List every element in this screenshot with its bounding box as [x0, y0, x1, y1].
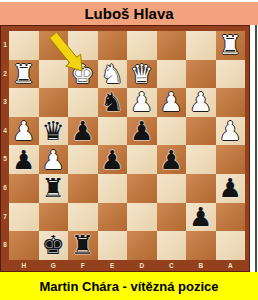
file-label-g: G [39, 262, 69, 269]
square-e7 [98, 203, 128, 232]
square-a7 [216, 203, 246, 232]
square-h5: ♟ [9, 145, 39, 174]
white-king-piece: ♚ [71, 60, 94, 88]
square-g8: ♚ [39, 231, 69, 260]
square-g6: ♜ [39, 174, 69, 203]
black-pawn-piece: ♟ [219, 174, 242, 202]
square-e1 [98, 31, 128, 60]
black-knight-piece: ♞ [101, 88, 124, 116]
caption-text: Martin Chára - vítězná pozice [39, 279, 218, 294]
square-b1 [186, 31, 216, 60]
right-edge-line [255, 25, 257, 272]
square-a2 [216, 60, 246, 89]
white-queen-piece: ♛ [130, 60, 153, 88]
square-e4 [98, 117, 128, 146]
black-player-name: Luboš Hlava [84, 5, 173, 22]
board-grid: ♜♜♚♞♛♞♟♟♟♟♛♟♟♟♟♟♟♟♜♟♟♚♜ [9, 31, 245, 260]
rank-label-3: 3 [1, 98, 9, 105]
white-pawn-piece: ♟ [130, 88, 153, 116]
square-d1 [127, 31, 157, 60]
square-g5: ♟ [39, 145, 69, 174]
square-b6 [186, 174, 216, 203]
square-b4 [186, 117, 216, 146]
square-a1: ♜ [216, 31, 246, 60]
square-g1 [39, 31, 69, 60]
square-g3 [39, 88, 69, 117]
square-c4 [157, 117, 187, 146]
white-knight-piece: ♞ [101, 60, 124, 88]
black-pawn-piece: ♟ [12, 146, 35, 174]
black-pawn-piece: ♟ [160, 146, 183, 174]
square-c5: ♟ [157, 145, 187, 174]
black-pawn-piece: ♟ [189, 203, 212, 231]
square-a4: ♟ [216, 117, 246, 146]
square-b3: ♟ [186, 88, 216, 117]
square-c6 [157, 174, 187, 203]
square-c8 [157, 231, 187, 260]
square-h4: ♟ [9, 117, 39, 146]
black-pawn-piece: ♟ [101, 146, 124, 174]
footer-bar: Martin Chára - vítězná pozice [0, 272, 258, 300]
file-label-a: A [216, 262, 246, 269]
square-h6 [9, 174, 39, 203]
rank-label-1: 1 [1, 41, 9, 48]
square-e8 [98, 231, 128, 260]
white-rook-piece: ♜ [219, 31, 242, 59]
black-pawn-piece: ♟ [130, 117, 153, 145]
file-label-e: E [98, 262, 128, 269]
board-area: ♜♜♚♞♛♞♟♟♟♟♛♟♟♟♟♟♟♟♜♟♟♚♜ 12345678 HGFEDCB… [0, 25, 258, 272]
square-f5 [68, 145, 98, 174]
square-d2: ♛ [127, 60, 157, 89]
square-c7 [157, 203, 187, 232]
rank-label-6: 6 [1, 184, 9, 191]
square-c1 [157, 31, 187, 60]
chess-board: ♜♜♚♞♛♞♟♟♟♟♛♟♟♟♟♟♟♟♜♟♟♚♜ 12345678 HGFEDCB… [0, 25, 250, 272]
square-f7 [68, 203, 98, 232]
square-f4: ♟ [68, 117, 98, 146]
rank-label-4: 4 [1, 127, 9, 134]
square-f1 [68, 31, 98, 60]
square-c2 [157, 60, 187, 89]
square-e2: ♞ [98, 60, 128, 89]
square-a6: ♟ [216, 174, 246, 203]
square-b7: ♟ [186, 203, 216, 232]
rank-label-2: 2 [1, 70, 9, 77]
white-pawn-piece: ♟ [42, 146, 65, 174]
square-b2 [186, 60, 216, 89]
black-king-piece: ♚ [42, 231, 65, 259]
white-pawn-piece: ♟ [12, 117, 35, 145]
square-d3: ♟ [127, 88, 157, 117]
black-rook-piece: ♜ [71, 231, 94, 259]
rank-label-8: 8 [1, 241, 9, 248]
square-d7 [127, 203, 157, 232]
square-d6 [127, 174, 157, 203]
square-f2: ♚ [68, 60, 98, 89]
black-rook-piece: ♜ [42, 174, 65, 202]
file-label-c: C [157, 262, 187, 269]
square-h7 [9, 203, 39, 232]
header-bar: Luboš Hlava [0, 2, 258, 25]
file-label-f: F [68, 262, 98, 269]
square-h8 [9, 231, 39, 260]
square-f3 [68, 88, 98, 117]
square-g4: ♛ [39, 117, 69, 146]
rank-label-5: 5 [1, 155, 9, 162]
file-label-b: B [186, 262, 216, 269]
square-c3: ♟ [157, 88, 187, 117]
file-label-h: H [9, 262, 39, 269]
square-e6 [98, 174, 128, 203]
square-a3 [216, 88, 246, 117]
square-e5: ♟ [98, 145, 128, 174]
square-h2: ♜ [9, 60, 39, 89]
square-b5 [186, 145, 216, 174]
square-a5 [216, 145, 246, 174]
chess-diagram: Luboš Hlava ♜♜♚♞♛♞♟♟♟♟♛♟♟♟♟♟♟♟♜♟♟♚♜ 1234… [0, 0, 258, 300]
square-f8: ♜ [68, 231, 98, 260]
file-label-d: D [127, 262, 157, 269]
square-e3: ♞ [98, 88, 128, 117]
square-b8 [186, 231, 216, 260]
white-pawn-piece: ♟ [219, 117, 242, 145]
black-queen-piece: ♛ [42, 117, 65, 145]
square-d8 [127, 231, 157, 260]
square-d5 [127, 145, 157, 174]
square-g2 [39, 60, 69, 89]
square-d4: ♟ [127, 117, 157, 146]
white-pawn-piece: ♟ [160, 88, 183, 116]
square-a8 [216, 231, 246, 260]
square-h3 [9, 88, 39, 117]
rank-label-7: 7 [1, 213, 9, 220]
square-g7 [39, 203, 69, 232]
black-pawn-piece: ♟ [71, 117, 94, 145]
white-rook-piece: ♜ [12, 60, 35, 88]
square-f6 [68, 174, 98, 203]
square-h1 [9, 31, 39, 60]
white-pawn-piece: ♟ [189, 88, 212, 116]
